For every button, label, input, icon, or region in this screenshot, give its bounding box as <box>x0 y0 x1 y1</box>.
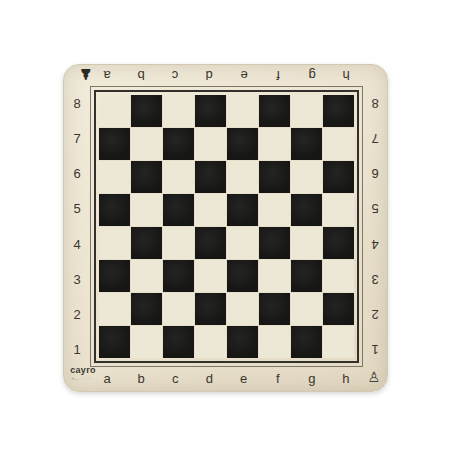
rank-right-label-7: 7 <box>363 121 387 156</box>
square-a1 <box>99 326 130 358</box>
square-e4 <box>227 227 258 259</box>
square-d7 <box>195 128 226 160</box>
rank-left-label-3: 3 <box>64 262 90 297</box>
square-e2 <box>227 293 258 325</box>
square-d3 <box>195 260 226 292</box>
file-bottom-label-c: c <box>158 365 192 391</box>
square-c7 <box>163 128 194 160</box>
square-h6 <box>323 161 354 193</box>
file-bottom-label-e: e <box>227 365 261 391</box>
rank-left-label-4: 4 <box>64 227 90 262</box>
square-f7 <box>259 128 290 160</box>
square-c6 <box>163 161 194 193</box>
square-a7 <box>99 128 130 160</box>
square-h3 <box>323 260 354 292</box>
file-top-label-b: b <box>124 65 158 86</box>
square-g1 <box>291 326 322 358</box>
rank-left-label-8: 8 <box>64 86 90 121</box>
chess-mat: ♟ abcdefgh 87654321 87654321 abcdefgh ca… <box>63 64 388 392</box>
file-bottom-label-f: f <box>261 365 295 391</box>
square-g4 <box>291 227 322 259</box>
file-bottom-label-g: g <box>295 365 329 391</box>
file-top-label-e: e <box>227 65 261 86</box>
square-b5 <box>131 194 162 226</box>
square-f4 <box>259 227 290 259</box>
brand-swoosh-icon <box>70 376 96 382</box>
square-a3 <box>99 260 130 292</box>
square-h4 <box>323 227 354 259</box>
rank-left-label-6: 6 <box>64 156 90 191</box>
file-bottom-label-b: b <box>124 365 158 391</box>
square-b6 <box>131 161 162 193</box>
white-pawn-icon: ♙ <box>367 370 380 384</box>
file-top-label-h: h <box>329 65 363 86</box>
rank-left-label-7: 7 <box>64 121 90 156</box>
square-b2 <box>131 293 162 325</box>
rank-right-label-3: 3 <box>363 262 387 297</box>
file-top-label-c: c <box>158 65 192 86</box>
square-h2 <box>323 293 354 325</box>
square-g3 <box>291 260 322 292</box>
square-g7 <box>291 128 322 160</box>
square-d5 <box>195 194 226 226</box>
file-bottom-label-d: d <box>192 365 226 391</box>
square-e8 <box>227 95 258 127</box>
square-f8 <box>259 95 290 127</box>
square-a2 <box>99 293 130 325</box>
board-frame-inner <box>94 90 359 363</box>
square-c3 <box>163 260 194 292</box>
square-c8 <box>163 95 194 127</box>
square-e1 <box>227 326 258 358</box>
square-e6 <box>227 161 258 193</box>
square-e7 <box>227 128 258 160</box>
square-c4 <box>163 227 194 259</box>
rank-left-label-5: 5 <box>64 191 90 226</box>
rank-right-label-1: 1 <box>363 332 387 367</box>
square-f5 <box>259 194 290 226</box>
square-f3 <box>259 260 290 292</box>
rank-right-label-4: 4 <box>363 227 387 262</box>
rank-labels-left: 87654321 <box>64 86 90 367</box>
square-f1 <box>259 326 290 358</box>
square-f2 <box>259 293 290 325</box>
board-grid <box>99 95 354 358</box>
file-top-label-d: d <box>192 65 226 86</box>
square-g8 <box>291 95 322 127</box>
brand-logo-text: cayro <box>67 366 99 375</box>
square-g6 <box>291 161 322 193</box>
square-h1 <box>323 326 354 358</box>
square-b3 <box>131 260 162 292</box>
rank-right-label-5: 5 <box>363 191 387 226</box>
brand-logo: cayro <box>67 366 99 382</box>
square-d1 <box>195 326 226 358</box>
rank-right-label-8: 8 <box>363 86 387 121</box>
square-d4 <box>195 227 226 259</box>
square-g5 <box>291 194 322 226</box>
square-h8 <box>323 95 354 127</box>
square-a6 <box>99 161 130 193</box>
rank-left-label-1: 1 <box>64 332 90 367</box>
square-c1 <box>163 326 194 358</box>
square-d8 <box>195 95 226 127</box>
square-a5 <box>99 194 130 226</box>
square-b1 <box>131 326 162 358</box>
square-d2 <box>195 293 226 325</box>
square-f6 <box>259 161 290 193</box>
square-d6 <box>195 161 226 193</box>
file-top-label-a: a <box>90 65 124 86</box>
rank-right-label-2: 2 <box>363 297 387 332</box>
square-b8 <box>131 95 162 127</box>
file-labels-top: abcdefgh <box>90 65 363 86</box>
board-frame <box>90 86 363 367</box>
square-h7 <box>323 128 354 160</box>
square-b7 <box>131 128 162 160</box>
square-c5 <box>163 194 194 226</box>
file-top-label-f: f <box>261 65 295 86</box>
rank-labels-right: 87654321 <box>363 86 387 367</box>
square-e5 <box>227 194 258 226</box>
file-bottom-label-h: h <box>329 365 363 391</box>
file-labels-bottom: abcdefgh <box>90 365 363 391</box>
square-a4 <box>99 227 130 259</box>
square-g2 <box>291 293 322 325</box>
rank-right-label-6: 6 <box>363 156 387 191</box>
square-b4 <box>131 227 162 259</box>
square-e3 <box>227 260 258 292</box>
product-photo: ♟ abcdefgh 87654321 87654321 abcdefgh ca… <box>0 0 455 455</box>
square-h5 <box>323 194 354 226</box>
rank-left-label-2: 2 <box>64 297 90 332</box>
square-c2 <box>163 293 194 325</box>
file-top-label-g: g <box>295 65 329 86</box>
square-a8 <box>99 95 130 127</box>
